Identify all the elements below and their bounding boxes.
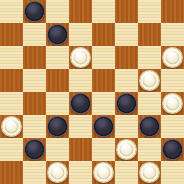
square-r0c0[interactable] [0, 0, 23, 23]
square-r6c5[interactable] [115, 138, 138, 161]
square-r2c3[interactable] [69, 46, 92, 69]
square-r0c4[interactable] [92, 0, 115, 23]
square-r7c3[interactable] [69, 161, 92, 184]
square-r7c7[interactable] [161, 161, 184, 184]
black-man[interactable] [47, 24, 68, 45]
black-man[interactable] [162, 139, 183, 160]
white-man[interactable] [93, 162, 114, 183]
square-r3c7[interactable] [161, 69, 184, 92]
black-man[interactable] [24, 1, 45, 22]
square-r4c0[interactable] [0, 92, 23, 115]
square-r1c0[interactable] [0, 23, 23, 46]
square-r6c1[interactable] [23, 138, 46, 161]
square-r0c2[interactable] [46, 0, 69, 23]
square-r1c5[interactable] [115, 23, 138, 46]
square-r0c7[interactable] [161, 0, 184, 23]
square-r3c2[interactable] [46, 69, 69, 92]
checkers-board [0, 0, 184, 184]
black-man[interactable] [116, 93, 137, 114]
square-r4c6[interactable] [138, 92, 161, 115]
square-r2c5[interactable] [115, 46, 138, 69]
white-man[interactable] [139, 70, 160, 91]
square-r3c6[interactable] [138, 69, 161, 92]
square-r1c1[interactable] [23, 23, 46, 46]
square-r2c6[interactable] [138, 46, 161, 69]
square-r1c4[interactable] [92, 23, 115, 46]
square-r7c1[interactable] [23, 161, 46, 184]
square-r0c6[interactable] [138, 0, 161, 23]
black-man[interactable] [47, 116, 68, 137]
square-r4c7[interactable] [161, 92, 184, 115]
square-r6c6[interactable] [138, 138, 161, 161]
white-man[interactable] [70, 47, 91, 68]
white-man[interactable] [1, 116, 22, 137]
square-r0c1[interactable] [23, 0, 46, 23]
square-r7c6[interactable] [138, 161, 161, 184]
white-man[interactable] [139, 162, 160, 183]
black-man[interactable] [139, 116, 160, 137]
square-r5c3[interactable] [69, 115, 92, 138]
square-r4c3[interactable] [69, 92, 92, 115]
square-r5c1[interactable] [23, 115, 46, 138]
square-r7c0[interactable] [0, 161, 23, 184]
square-r5c7[interactable] [161, 115, 184, 138]
square-r6c0[interactable] [0, 138, 23, 161]
white-man[interactable] [162, 47, 183, 68]
square-r2c4[interactable] [92, 46, 115, 69]
square-r5c5[interactable] [115, 115, 138, 138]
square-r3c0[interactable] [0, 69, 23, 92]
square-r1c7[interactable] [161, 23, 184, 46]
square-r6c4[interactable] [92, 138, 115, 161]
white-man[interactable] [47, 162, 68, 183]
square-r5c0[interactable] [0, 115, 23, 138]
square-r5c2[interactable] [46, 115, 69, 138]
square-r6c2[interactable] [46, 138, 69, 161]
black-man[interactable] [24, 139, 45, 160]
black-man[interactable] [93, 116, 114, 137]
black-man[interactable] [70, 93, 91, 114]
square-r3c1[interactable] [23, 69, 46, 92]
square-r1c3[interactable] [69, 23, 92, 46]
square-r4c1[interactable] [23, 92, 46, 115]
square-r5c4[interactable] [92, 115, 115, 138]
square-r6c3[interactable] [69, 138, 92, 161]
square-r3c5[interactable] [115, 69, 138, 92]
square-r5c6[interactable] [138, 115, 161, 138]
square-r7c5[interactable] [115, 161, 138, 184]
square-r3c3[interactable] [69, 69, 92, 92]
square-r0c5[interactable] [115, 0, 138, 23]
square-r7c2[interactable] [46, 161, 69, 184]
square-r2c1[interactable] [23, 46, 46, 69]
square-r7c4[interactable] [92, 161, 115, 184]
square-r1c6[interactable] [138, 23, 161, 46]
white-man[interactable] [162, 93, 183, 114]
white-man[interactable] [116, 139, 137, 160]
square-r4c2[interactable] [46, 92, 69, 115]
square-r3c4[interactable] [92, 69, 115, 92]
square-r0c3[interactable] [69, 0, 92, 23]
square-r2c2[interactable] [46, 46, 69, 69]
square-r6c7[interactable] [161, 138, 184, 161]
square-r4c5[interactable] [115, 92, 138, 115]
square-r2c0[interactable] [0, 46, 23, 69]
square-r2c7[interactable] [161, 46, 184, 69]
square-r4c4[interactable] [92, 92, 115, 115]
square-r1c2[interactable] [46, 23, 69, 46]
